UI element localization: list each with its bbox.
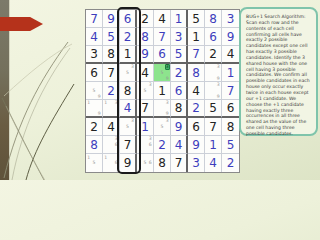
cell-r2c2[interactable]: 5	[103, 28, 120, 46]
candidate-digit: 3	[216, 82, 221, 88]
given-digit: 2	[137, 10, 153, 27]
solved-digit: 3	[188, 154, 204, 172]
red-arrow-shape	[0, 17, 43, 31]
solved-digit: 9	[222, 28, 239, 45]
solved-digit: 2	[154, 136, 170, 153]
cell-r8c3[interactable]: 7	[120, 136, 137, 154]
cell-r5c8[interactable]: 39	[205, 82, 222, 100]
cell-r1c6[interactable]: 1	[171, 10, 188, 28]
solved-digit: 7	[222, 82, 239, 99]
cell-r2c7[interactable]: 1	[188, 28, 205, 46]
algorithm-callout: BUG+1 Search Algorithm: Scan each row an…	[239, 7, 318, 136]
solved-digit: 8	[188, 64, 204, 81]
solved-digit: 2	[103, 82, 119, 99]
given-digit: 8	[171, 100, 186, 116]
cell-r8c6[interactable]: 4	[171, 136, 188, 154]
cell-r8c7[interactable]: 9	[188, 136, 205, 154]
cell-r5c1[interactable]: 59	[86, 82, 103, 100]
solved-digit: 6	[205, 28, 221, 45]
cell-r8c8[interactable]: 1	[205, 136, 222, 154]
cell-r7c7[interactable]: 6	[188, 118, 205, 136]
candidate-digit: 6	[114, 160, 119, 166]
solved-digit: 6	[120, 10, 135, 27]
cell-r3c9[interactable]: 4	[222, 46, 239, 64]
cell-r1c1[interactable]: 7	[86, 10, 103, 28]
cell-r6c8[interactable]: 5	[205, 100, 222, 118]
cell-r3c2[interactable]: 8	[103, 46, 120, 64]
cell-r3c7[interactable]: 7	[188, 46, 205, 64]
given-digit: 4	[103, 118, 119, 135]
candidate-digit: 9	[216, 93, 221, 99]
cell-r3c8[interactable]: 2	[205, 46, 222, 64]
cell-r7c4[interactable]: 1	[137, 118, 154, 136]
given-digit: 8	[103, 46, 119, 62]
cell-r3c3[interactable]: 1	[120, 46, 137, 64]
solved-digit: 5	[103, 28, 119, 45]
callout-title: BUG+1 Search Algorithm:	[246, 14, 312, 20]
solved-digit: 2	[171, 64, 186, 81]
cell-r1c2[interactable]: 9	[103, 10, 120, 28]
given-digit: 8	[154, 154, 170, 172]
candidate-digit: 1	[86, 100, 91, 105]
cell-r2c5[interactable]: 7	[154, 28, 171, 46]
given-digit: 6	[188, 118, 204, 135]
solved-digit: 8	[86, 136, 102, 153]
given-digit: 7	[205, 118, 221, 135]
cell-r8c9[interactable]: 5	[222, 136, 239, 154]
cell-r3c6[interactable]: 5	[171, 46, 188, 64]
cell-r9c2[interactable]: 16	[103, 154, 120, 172]
solved-digit: 6	[154, 46, 170, 62]
candidate-digit: 5	[142, 88, 147, 94]
solved-digit: 1	[137, 118, 153, 135]
solved-digit: 1	[222, 64, 239, 81]
cell-r1c3[interactable]: 6	[120, 10, 137, 28]
given-digit: 6	[86, 64, 102, 81]
given-digit: 4	[222, 46, 239, 62]
cell-r3c4[interactable]: 9	[137, 46, 154, 64]
cell-r9c9[interactable]: 2	[222, 154, 239, 172]
given-digit: 2	[205, 46, 221, 62]
cell-r7c1[interactable]: 2	[86, 118, 103, 136]
cell-r5c3[interactable]: 8	[120, 82, 137, 100]
cell-r7c9[interactable]: 8	[222, 118, 239, 136]
given-digit: 1	[188, 28, 204, 45]
cell-r2c1[interactable]: 4	[86, 28, 103, 46]
given-digit: 6	[222, 100, 239, 116]
given-digit: 8	[120, 82, 135, 99]
cell-r5c2[interactable]: 2	[103, 82, 120, 100]
cell-r6c7[interactable]: 2	[188, 100, 205, 118]
solved-digit: 9	[137, 46, 153, 62]
cell-r7c2[interactable]: 4	[103, 118, 120, 136]
solved-digit: 2	[188, 100, 204, 116]
candidate-digit: 3	[165, 100, 170, 105]
solved-digit: 5	[222, 136, 239, 153]
cell-r4c5[interactable]: 359	[154, 64, 171, 82]
given-digit: 7	[137, 100, 153, 116]
cell-r7c8[interactable]: 7	[205, 118, 222, 136]
cell-r4c7[interactable]: 8	[188, 64, 205, 82]
given-digit: 4	[154, 10, 170, 27]
solved-digit: 6	[171, 82, 186, 99]
solved-digit: 4	[171, 136, 186, 153]
solved-digit: 4	[205, 154, 221, 172]
candidate-digit: 9	[97, 93, 102, 99]
given-digit: 1	[154, 82, 170, 99]
cell-r4c9[interactable]: 1	[222, 64, 239, 82]
given-digit: 2	[86, 118, 102, 135]
cell-r8c4[interactable]: 36	[137, 136, 154, 154]
solved-digit: 7	[154, 28, 170, 45]
given-digit: 3	[86, 46, 102, 62]
candidate-digit: 5	[159, 124, 164, 130]
cell-r4c1[interactable]: 6	[86, 64, 103, 82]
given-digit: 4	[188, 82, 204, 99]
given-digit: 1	[120, 46, 135, 62]
solved-digit: 9	[188, 136, 204, 153]
cell-r9c3[interactable]: 9	[120, 154, 137, 172]
cell-r9c8[interactable]: 4	[205, 154, 222, 172]
cell-r1c8[interactable]: 8	[205, 10, 222, 28]
cell-r2c6[interactable]: 3	[171, 28, 188, 46]
candidate-digit: 1	[103, 100, 108, 105]
cell-r8c1[interactable]: 8	[86, 136, 103, 154]
cell-r5c9[interactable]: 7	[222, 82, 239, 100]
cell-r6c1[interactable]: 19	[86, 100, 103, 118]
candidate-digit: 3	[130, 64, 135, 70]
cell-r2c4[interactable]: 8	[137, 28, 154, 46]
candidate-digit: 5	[125, 70, 130, 76]
candidate-digit: 1	[103, 154, 108, 160]
given-digit: 9	[120, 154, 135, 172]
cell-r1c7[interactable]: 5	[188, 10, 205, 28]
solved-digit: 5	[171, 46, 186, 62]
given-digit: 7	[120, 136, 135, 153]
cell-r9c1[interactable]: 15	[86, 154, 103, 172]
cell-r1c5[interactable]: 4	[154, 10, 171, 28]
cell-r5c5[interactable]: 1	[154, 82, 171, 100]
cell-r1c4[interactable]: 2	[137, 10, 154, 28]
candidate-digit: 6	[148, 142, 153, 148]
cell-r7c6[interactable]: 9	[171, 118, 188, 136]
given-digit: 5	[205, 100, 221, 116]
sudoku-board[interactable]: 7962415834528731693819657246735435928391…	[85, 9, 240, 173]
cell-r2c8[interactable]: 6	[205, 28, 222, 46]
candidate-digit: 9	[165, 111, 170, 116]
solved-digit: 4	[86, 28, 102, 45]
cell-r2c9[interactable]: 9	[222, 28, 239, 46]
cell-r4c2[interactable]: 7	[103, 64, 120, 82]
solved-digit: 9	[103, 10, 119, 27]
candidate-digit: 3	[114, 100, 119, 105]
candidate-digit: 9	[97, 111, 102, 116]
cell-r3c1[interactable]: 3	[86, 46, 103, 64]
solved-digit: 2	[222, 154, 239, 172]
cell-r5c4[interactable]: 35	[137, 82, 154, 100]
solved-digit: 3	[222, 10, 239, 27]
solved-digit: 1	[171, 10, 186, 27]
cell-r7c3[interactable]: 35	[120, 118, 137, 136]
cell-r9c5[interactable]: 8	[154, 154, 171, 172]
solved-digit: 8	[205, 10, 221, 27]
cell-r8c2[interactable]: 36	[103, 136, 120, 154]
callout-body: Scan each row and the contents of each c…	[246, 20, 312, 137]
solved-digit: 4	[120, 100, 135, 116]
candidate-digit: 3	[216, 64, 221, 70]
solved-digit: 3	[171, 28, 186, 45]
cell-r6c6[interactable]: 8	[171, 100, 188, 118]
cell-r4c4[interactable]: 4	[137, 64, 154, 82]
cell-r6c9[interactable]: 6	[222, 100, 239, 118]
cell-r9c7[interactable]: 3	[188, 154, 205, 172]
cell-r4c8[interactable]: 39	[205, 64, 222, 82]
cell-r2c3[interactable]: 2	[120, 28, 137, 46]
cell-r5c6[interactable]: 6	[171, 82, 188, 100]
plus-one-candidate: 3	[165, 64, 170, 70]
given-digit: 5	[188, 10, 204, 27]
solved-digit: 7	[86, 10, 102, 27]
solved-digit: 8	[137, 28, 153, 45]
candidate-digit: 6	[148, 160, 153, 166]
candidate-digit: 5	[125, 124, 130, 130]
given-digit: 7	[171, 154, 186, 172]
cell-r4c6[interactable]: 2	[171, 64, 188, 82]
solved-digit: 7	[188, 46, 204, 62]
candidate-digit: 3	[148, 82, 153, 88]
cell-r4c3[interactable]: 35	[120, 64, 137, 82]
candidate-digit: 3	[165, 118, 170, 124]
cell-r6c2[interactable]: 13	[103, 100, 120, 118]
candidate-digit: 3	[130, 118, 135, 124]
cell-r6c5[interactable]: 39	[154, 100, 171, 118]
cell-r7c5[interactable]: 35	[154, 118, 171, 136]
cell-r9c4[interactable]: 56	[137, 154, 154, 172]
given-digit: 8	[222, 118, 239, 135]
cell-r8c5[interactable]: 2	[154, 136, 171, 154]
cell-r9c6[interactable]: 7	[171, 154, 188, 172]
cell-r1c9[interactable]: 3	[222, 10, 239, 28]
given-digit: 7	[103, 64, 119, 81]
cell-r6c3[interactable]: 4	[120, 100, 137, 118]
given-digit: 4	[137, 64, 153, 81]
solved-digit: 1	[205, 136, 221, 153]
cell-r6c4[interactable]: 7	[137, 100, 154, 118]
candidate-digit: 9	[216, 75, 221, 81]
candidate-digit: 5	[91, 160, 96, 166]
candidate-digit: 6	[114, 142, 119, 148]
cell-r5c7[interactable]: 4	[188, 82, 205, 100]
solved-digit: 9	[171, 118, 186, 135]
cell-r3c5[interactable]: 6	[154, 46, 171, 64]
candidate-digit: 9	[165, 75, 170, 81]
solved-digit: 2	[120, 28, 135, 45]
